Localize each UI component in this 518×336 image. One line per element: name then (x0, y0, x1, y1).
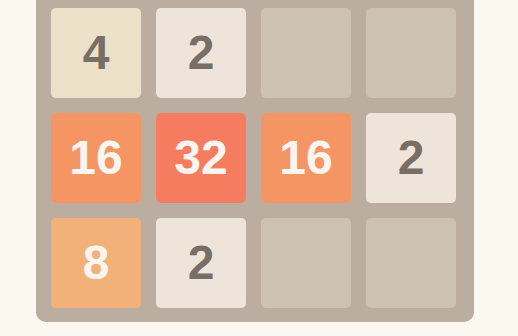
cell-r2c1: 32 (156, 113, 246, 203)
cell-r2c2: 16 (261, 113, 351, 203)
cell-r3c0: 8 (51, 218, 141, 308)
cell-r3c1: 2 (156, 218, 246, 308)
tile-grid: 42163216282 (51, 0, 459, 308)
cell-r3c2 (261, 218, 351, 308)
tile-2: 2 (156, 8, 246, 98)
tile-4: 4 (51, 8, 141, 98)
cell-r3c3 (366, 218, 456, 308)
tile-16: 16 (51, 113, 141, 203)
cell-r1c1: 2 (156, 8, 246, 98)
cell-r2c3: 2 (366, 113, 456, 203)
tile-16: 16 (261, 113, 351, 203)
tile-8: 8 (51, 218, 141, 308)
cell-r2c0: 16 (51, 113, 141, 203)
tile-2: 2 (156, 218, 246, 308)
page-background: 42163216282 (0, 0, 518, 336)
game-board[interactable]: 42163216282 (36, 0, 474, 322)
cell-r1c3 (366, 8, 456, 98)
tile-2: 2 (366, 113, 456, 203)
cell-r1c2 (261, 8, 351, 98)
cell-r1c0: 4 (51, 8, 141, 98)
tile-32: 32 (156, 113, 246, 203)
